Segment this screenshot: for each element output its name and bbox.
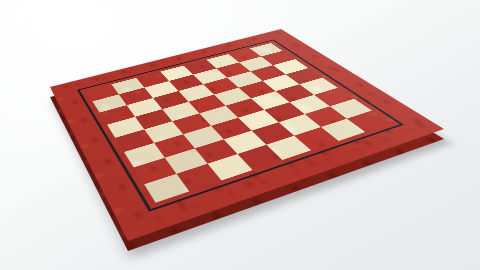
photo-background — [0, 0, 480, 270]
playing-field — [80, 40, 400, 208]
